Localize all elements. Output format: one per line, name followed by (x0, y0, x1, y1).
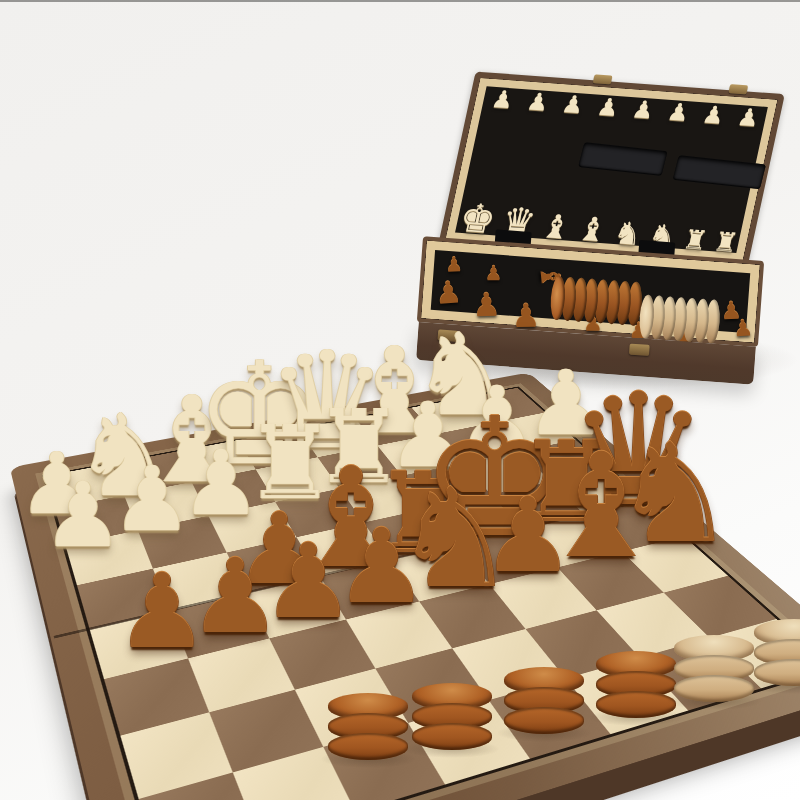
lid-piece-white-p-3: ♟ (560, 92, 587, 117)
lid-piece-white-b-3: ♝ (538, 210, 574, 244)
foam-slot-1 (578, 142, 667, 176)
lid-piece-white-b-4: ♝ (574, 213, 610, 247)
tray-piece-brown-p-2: ♟ (485, 263, 503, 283)
front-latch-left (437, 329, 458, 341)
square-b1 (233, 747, 355, 800)
box-base: ♟♟♟♟♟♝♟♟♟♟♟♟ (414, 236, 764, 385)
square-c4 (246, 576, 345, 638)
square-h2 (663, 575, 776, 637)
photo-top-edge (0, 0, 800, 2)
square-a4 (90, 611, 189, 679)
square-g2 (596, 592, 709, 657)
chess-board (10, 372, 800, 800)
square-f3 (490, 568, 596, 629)
square-a2 (120, 712, 233, 799)
lid-clasp-left (593, 74, 613, 84)
lid-piece-white-r-8: ♜ (711, 229, 740, 257)
foam-slot-2 (673, 155, 766, 189)
square-c2 (294, 668, 408, 747)
lid-pawn-row: ♟♟♟♟♟♟♟♟ (489, 87, 761, 130)
square-g3 (557, 552, 663, 610)
square-e3 (419, 584, 525, 648)
tray-piece-brown-p-1: ♟ (445, 254, 464, 275)
lid-piece-white-r-7: ♜ (680, 227, 709, 255)
square-f2 (526, 610, 640, 678)
lid-piece-white-p-4: ♟ (595, 95, 622, 120)
square-d1 (408, 700, 530, 785)
lid-piece-white-p-8: ♟ (735, 105, 762, 130)
lid-piece-white-p-2: ♟ (525, 90, 552, 115)
square-c1 (323, 723, 445, 800)
tray-piece-brown-p-4: ♟ (472, 289, 502, 322)
chess-box: ♟♟♟♟♟♟♟♟ ♚♛♝♝♞♞♜♜ ♟♟♟♟♟♝♟♟♟♟♟♟ (405, 60, 793, 394)
square-a3 (104, 659, 209, 736)
tray-piece-brown-p-3: ♟ (434, 277, 463, 309)
front-latch-right (629, 344, 650, 356)
lid-piece-white-p-6: ♟ (665, 100, 692, 125)
tray-piece-brown-p-9: ♟ (732, 317, 753, 340)
square-b5 (153, 552, 246, 611)
square-d3 (346, 602, 452, 669)
square-f1 (566, 658, 688, 735)
square-b4 (170, 593, 269, 658)
lid-clasp-right (728, 84, 748, 94)
square-e1 (489, 678, 611, 758)
square-h1 (709, 619, 800, 689)
square-a5 (77, 568, 170, 629)
square-d4 (320, 560, 420, 620)
scene: ♟♟♟♟♟♟♟♟ ♚♛♝♝♞♞♜♜ ♟♟♟♟♟♝♟♟♟♟♟♟ ♟♞♝♚♛♝♞♟♟… (0, 0, 800, 800)
lid-piece-white-p-5: ♟ (630, 97, 657, 122)
square-g1 (639, 638, 761, 711)
square-b2 (209, 690, 322, 773)
square-a1 (139, 772, 260, 800)
square-d2 (375, 648, 489, 723)
lid-piece-white-p-1: ♟ (489, 87, 516, 112)
square-c3 (269, 620, 375, 690)
tray-piece-brown-p-5: ♟ (511, 300, 540, 332)
board-frame (10, 372, 800, 800)
square-b3 (188, 639, 294, 712)
tray-contents: ♟♟♟♟♟♝♟♟♟♟♟♟ (434, 253, 747, 330)
square-e2 (452, 629, 566, 700)
board-grid (42, 386, 800, 800)
lid-piece-white-k-1: ♚ (456, 198, 499, 239)
box-lid: ♟♟♟♟♟♟♟♟ ♚♛♝♝♞♞♜♜ (438, 72, 785, 268)
lid-piece-white-p-7: ♟ (700, 102, 727, 127)
